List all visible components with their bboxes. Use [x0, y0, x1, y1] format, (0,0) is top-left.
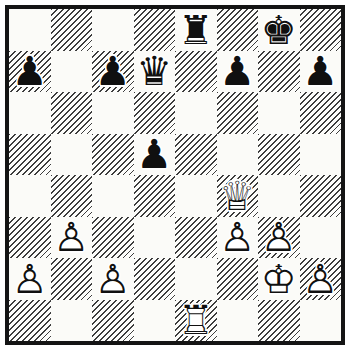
square-d8	[134, 9, 176, 51]
square-a5	[9, 134, 51, 176]
square-f1	[217, 300, 259, 342]
square-a6	[9, 92, 51, 134]
square-e6	[175, 92, 217, 134]
black-pawn-c7: ♟	[92, 51, 134, 93]
square-a7: ♟	[9, 51, 51, 93]
square-h1	[300, 300, 342, 342]
chess-board: ♜♚♟♟♛♟♟♟♛♕♟♙♟♙♟♙♟♙♟♙♚♔♟♙♜♖	[9, 9, 341, 341]
piece-glyph: ♙	[92, 258, 134, 300]
piece-white-fill: ♜	[175, 300, 217, 342]
square-b6	[51, 92, 93, 134]
square-h4	[300, 175, 342, 217]
piece-glyph: ♙	[9, 258, 51, 300]
square-c1	[92, 300, 134, 342]
piece-glyph: ♟	[9, 51, 51, 93]
square-c5	[92, 134, 134, 176]
white-pawn-h2: ♟♙	[300, 258, 342, 300]
piece-glyph: ♕	[217, 175, 259, 217]
square-h8	[300, 9, 342, 51]
square-b5	[51, 134, 93, 176]
square-c8	[92, 9, 134, 51]
square-e5	[175, 134, 217, 176]
square-g8: ♚	[258, 9, 300, 51]
piece-glyph: ♙	[51, 217, 93, 259]
piece-white-fill: ♛	[217, 175, 259, 217]
piece-glyph: ♟	[92, 51, 134, 93]
square-a2: ♟♙	[9, 258, 51, 300]
square-e1: ♜♖	[175, 300, 217, 342]
square-b2	[51, 258, 93, 300]
white-king-g2: ♚♔	[258, 258, 300, 300]
square-c4	[92, 175, 134, 217]
square-d7: ♛	[134, 51, 176, 93]
piece-glyph: ♚	[258, 9, 300, 51]
white-pawn-g3: ♟♙	[258, 217, 300, 259]
piece-white-fill: ♟	[9, 258, 51, 300]
square-c2: ♟♙	[92, 258, 134, 300]
white-pawn-b3: ♟♙	[51, 217, 93, 259]
black-pawn-f7: ♟	[217, 51, 259, 93]
piece-glyph: ♙	[217, 217, 259, 259]
square-b7	[51, 51, 93, 93]
square-f3: ♟♙	[217, 217, 259, 259]
square-e8: ♜	[175, 9, 217, 51]
square-f5	[217, 134, 259, 176]
piece-white-fill: ♟	[92, 258, 134, 300]
piece-glyph: ♜	[175, 9, 217, 51]
square-e4	[175, 175, 217, 217]
square-g7	[258, 51, 300, 93]
black-king-g8: ♚	[258, 9, 300, 51]
square-a3	[9, 217, 51, 259]
square-h7: ♟	[300, 51, 342, 93]
square-g1	[258, 300, 300, 342]
piece-glyph: ♔	[258, 258, 300, 300]
square-h3	[300, 217, 342, 259]
square-e3	[175, 217, 217, 259]
black-pawn-d5: ♟	[134, 134, 176, 176]
square-h2: ♟♙	[300, 258, 342, 300]
piece-white-fill: ♟	[217, 217, 259, 259]
square-b8	[51, 9, 93, 51]
square-f4: ♛♕	[217, 175, 259, 217]
square-e2	[175, 258, 217, 300]
square-b3: ♟♙	[51, 217, 93, 259]
square-d4	[134, 175, 176, 217]
white-rook-e1: ♜♖	[175, 300, 217, 342]
board-frame: ♜♚♟♟♛♟♟♟♛♕♟♙♟♙♟♙♟♙♟♙♚♔♟♙♜♖	[5, 5, 345, 345]
square-g5	[258, 134, 300, 176]
square-f2	[217, 258, 259, 300]
square-d2	[134, 258, 176, 300]
square-a4	[9, 175, 51, 217]
piece-glyph: ♛	[134, 51, 176, 93]
square-c3	[92, 217, 134, 259]
square-g6	[258, 92, 300, 134]
white-pawn-f3: ♟♙	[217, 217, 259, 259]
square-d5: ♟	[134, 134, 176, 176]
piece-glyph: ♙	[300, 258, 342, 300]
square-c7: ♟	[92, 51, 134, 93]
square-d6	[134, 92, 176, 134]
square-h6	[300, 92, 342, 134]
square-b4	[51, 175, 93, 217]
piece-glyph: ♙	[258, 217, 300, 259]
square-a1	[9, 300, 51, 342]
chess-diagram: ♜♚♟♟♛♟♟♟♛♕♟♙♟♙♟♙♟♙♟♙♚♔♟♙♜♖	[0, 0, 350, 350]
white-queen-f4: ♛♕	[217, 175, 259, 217]
piece-white-fill: ♟	[300, 258, 342, 300]
square-b1	[51, 300, 93, 342]
white-pawn-c2: ♟♙	[92, 258, 134, 300]
square-g3: ♟♙	[258, 217, 300, 259]
piece-white-fill: ♚	[258, 258, 300, 300]
square-a8	[9, 9, 51, 51]
piece-glyph: ♟	[217, 51, 259, 93]
piece-white-fill: ♟	[51, 217, 93, 259]
square-f8	[217, 9, 259, 51]
square-c6	[92, 92, 134, 134]
piece-glyph: ♖	[175, 300, 217, 342]
piece-glyph: ♟	[300, 51, 342, 93]
square-e7	[175, 51, 217, 93]
piece-glyph: ♟	[134, 134, 176, 176]
square-f6	[217, 92, 259, 134]
black-pawn-a7: ♟	[9, 51, 51, 93]
square-g2: ♚♔	[258, 258, 300, 300]
square-g4	[258, 175, 300, 217]
black-queen-d7: ♛	[134, 51, 176, 93]
black-rook-e8: ♜	[175, 9, 217, 51]
black-pawn-h7: ♟	[300, 51, 342, 93]
white-pawn-a2: ♟♙	[9, 258, 51, 300]
piece-white-fill: ♟	[258, 217, 300, 259]
square-d1	[134, 300, 176, 342]
square-h5	[300, 134, 342, 176]
square-d3	[134, 217, 176, 259]
square-f7: ♟	[217, 51, 259, 93]
